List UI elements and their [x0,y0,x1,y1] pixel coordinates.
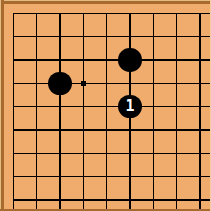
intersection [48,95,71,118]
intersection [48,2,71,25]
intersection [72,118,95,141]
intersection [165,48,188,71]
intersection [142,118,165,141]
intersection [118,48,141,71]
intersection [142,165,165,188]
intersection [118,2,141,25]
intersection [25,48,48,71]
hoshi-marker [81,81,86,86]
go-board-grid: 1 [2,2,211,211]
intersection [95,72,118,95]
intersection [95,142,118,165]
black-stone [48,72,71,95]
intersection [25,72,48,95]
intersection [25,165,48,188]
intersection [2,72,25,95]
intersection [48,188,71,211]
intersection [165,72,188,95]
intersection [25,188,48,211]
intersection [25,25,48,48]
intersection [95,48,118,71]
intersection [2,188,25,211]
go-board-diagram: 1 [0,0,211,211]
intersection [118,118,141,141]
intersection [48,165,71,188]
intersection [118,25,141,48]
intersection [2,25,25,48]
intersection [188,142,211,165]
intersection [95,165,118,188]
intersection [118,165,141,188]
intersection [165,25,188,48]
intersection [188,72,211,95]
intersection [72,25,95,48]
intersection [48,142,71,165]
black-stone [118,48,141,71]
intersection [142,2,165,25]
intersection [95,2,118,25]
intersection: 1 [118,95,141,118]
intersection [188,165,211,188]
intersection [188,118,211,141]
intersection [25,95,48,118]
intersection [118,188,141,211]
board-frame-right [210,0,211,211]
intersection [142,142,165,165]
intersection [72,2,95,25]
intersection [165,188,188,211]
intersection [48,118,71,141]
intersection [25,142,48,165]
intersection [142,188,165,211]
intersection [188,25,211,48]
intersection [165,118,188,141]
intersection [72,48,95,71]
board-frame-top [0,0,211,4]
intersection [2,118,25,141]
intersection [95,118,118,141]
intersection [118,142,141,165]
intersection [95,188,118,211]
intersection [142,72,165,95]
intersection [72,142,95,165]
intersection [165,95,188,118]
intersection [2,2,25,25]
intersection [72,72,95,95]
intersection [25,118,48,141]
intersection [165,2,188,25]
intersection [2,165,25,188]
intersection [48,72,71,95]
intersection [2,95,25,118]
intersection [142,25,165,48]
intersection [142,48,165,71]
move-1-stone: 1 [118,95,141,118]
intersection [48,25,71,48]
intersection [165,142,188,165]
intersection [188,2,211,25]
intersection [72,95,95,118]
intersection [165,165,188,188]
intersection [2,142,25,165]
intersection [188,95,211,118]
intersection [142,95,165,118]
intersection [2,48,25,71]
board-frame-left [0,0,4,211]
intersection [188,48,211,71]
intersection [25,2,48,25]
intersection [188,188,211,211]
intersection [118,72,141,95]
intersection [72,188,95,211]
intersection [95,25,118,48]
intersection [95,95,118,118]
board-frame-bottom [0,209,211,211]
intersection [72,165,95,188]
intersection [48,48,71,71]
